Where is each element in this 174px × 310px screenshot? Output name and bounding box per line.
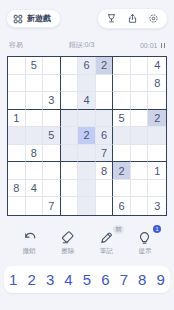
undo-label: 撤銷 [23, 247, 36, 256]
sudoku-cell-r6c7[interactable] [113, 145, 131, 163]
sudoku-cell-r8c8[interactable] [131, 180, 149, 198]
sudoku-cell-r9c6[interactable] [96, 197, 114, 215]
mistakes-counter: 錯誤:0/3 [69, 40, 95, 50]
sudoku-cell-r2c3[interactable] [43, 75, 61, 93]
sudoku-cell-r3c1[interactable] [8, 92, 26, 110]
sudoku-cell-r9c8[interactable] [131, 197, 149, 215]
erase-label: 擦除 [61, 247, 74, 256]
sudoku-cell-r4c2[interactable] [26, 110, 44, 128]
sudoku-cell-r1c3[interactable] [43, 57, 61, 75]
sudoku-cell-r2c8[interactable] [131, 75, 149, 93]
apps-grid-icon [13, 14, 23, 24]
difficulty-label: 容易 [9, 40, 23, 50]
notes-label: 筆記 [100, 247, 113, 256]
pause-icon[interactable] [161, 43, 166, 48]
sudoku-cell-r8c6[interactable] [96, 180, 114, 198]
sudoku-cell-r5c7[interactable] [113, 127, 131, 145]
sudoku-cell-r8c1[interactable]: 8 [8, 180, 26, 198]
sudoku-cell-r6c5[interactable] [78, 145, 96, 163]
sudoku-cell-r9c7[interactable]: 6 [113, 197, 131, 215]
sudoku-cell-r6c1[interactable] [8, 145, 26, 163]
sudoku-grid: 56248341525268782184763 [7, 56, 167, 216]
sudoku-cell-r3c2[interactable] [26, 92, 44, 110]
sudoku-cell-r6c6[interactable]: 7 [96, 145, 114, 163]
sudoku-cell-r1c6[interactable]: 2 [96, 57, 114, 75]
new-game-button[interactable]: 新遊戲 [6, 9, 61, 28]
sudoku-cell-r3c6[interactable] [96, 92, 114, 110]
numpad-6[interactable]: 6 [101, 272, 109, 287]
share-icon[interactable] [127, 13, 138, 24]
number-pad: 1 2 3 4 5 6 7 8 9 [4, 266, 170, 293]
notes-button[interactable]: 關 筆記 [93, 230, 119, 256]
sudoku-cell-r2c4[interactable] [61, 75, 79, 93]
sudoku-cell-r4c1[interactable]: 1 [8, 110, 26, 128]
timer: 00:01 [140, 42, 165, 49]
numpad-7[interactable]: 7 [120, 272, 128, 287]
sudoku-cell-r8c9[interactable] [148, 180, 166, 198]
sudoku-cell-r5c9[interactable] [148, 127, 166, 145]
sudoku-cell-r3c4[interactable] [61, 92, 79, 110]
sudoku-cell-r3c5[interactable]: 4 [78, 92, 96, 110]
numpad-5[interactable]: 5 [83, 272, 91, 287]
undo-icon [22, 230, 37, 245]
sudoku-cell-r8c3[interactable] [43, 180, 61, 198]
numpad-1[interactable]: 1 [9, 272, 17, 287]
notes-toggle-badge: 關 [113, 225, 125, 234]
sudoku-cell-r5c3[interactable]: 5 [43, 127, 61, 145]
sudoku-cell-r4c8[interactable] [131, 110, 149, 128]
hint-label: 提示 [138, 247, 151, 256]
sudoku-cell-r3c3[interactable]: 3 [43, 92, 61, 110]
undo-button[interactable]: 撤銷 [16, 230, 42, 256]
sudoku-cell-r8c7[interactable] [113, 180, 131, 198]
sudoku-cell-r7c8[interactable] [131, 162, 149, 180]
sudoku-cell-r7c2[interactable] [26, 162, 44, 180]
sudoku-cell-r4c3[interactable] [43, 110, 61, 128]
hint-button[interactable]: 1 提示 [132, 230, 158, 256]
sudoku-cell-r2c5[interactable] [78, 75, 96, 93]
sudoku-cell-r4c4[interactable] [61, 110, 79, 128]
sudoku-cell-r1c1[interactable] [8, 57, 26, 75]
numpad-3[interactable]: 3 [46, 272, 54, 287]
sudoku-cell-r9c1[interactable] [8, 197, 26, 215]
sudoku-cell-r1c9[interactable]: 4 [148, 57, 166, 75]
sudoku-cell-r9c2[interactable] [26, 197, 44, 215]
sudoku-cell-r7c9[interactable]: 1 [148, 162, 166, 180]
new-game-label: 新遊戲 [27, 13, 51, 24]
sudoku-cell-r8c2[interactable]: 4 [26, 180, 44, 198]
sudoku-cell-r1c8[interactable] [131, 57, 149, 75]
sudoku-cell-r7c6[interactable]: 8 [96, 162, 114, 180]
sudoku-cell-r1c4[interactable] [61, 57, 79, 75]
sudoku-cell-r6c8[interactable] [131, 145, 149, 163]
sudoku-cell-r4c9[interactable]: 2 [148, 110, 166, 128]
trophy-icon[interactable] [106, 13, 117, 24]
sudoku-cell-r6c4[interactable] [61, 145, 79, 163]
toolbar: 撤銷 擦除 關 筆記 1 提示 [0, 216, 174, 256]
numpad-2[interactable]: 2 [27, 272, 35, 287]
sudoku-cell-r9c3[interactable]: 7 [43, 197, 61, 215]
sudoku-cell-r4c6[interactable] [96, 110, 114, 128]
sudoku-cell-r9c9[interactable]: 3 [148, 197, 166, 215]
sudoku-cell-r2c2[interactable] [26, 75, 44, 93]
sudoku-cell-r7c7[interactable]: 2 [113, 162, 131, 180]
sudoku-cell-r7c4[interactable] [61, 162, 79, 180]
sudoku-cell-r6c2[interactable]: 8 [26, 145, 44, 163]
numpad-8[interactable]: 8 [138, 272, 146, 287]
sudoku-cell-r1c2[interactable]: 5 [26, 57, 44, 75]
sudoku-cell-r7c1[interactable] [8, 162, 26, 180]
sudoku-cell-r5c6[interactable]: 6 [96, 127, 114, 145]
sudoku-cell-r2c7[interactable] [113, 75, 131, 93]
status-bar: 容易 錯誤:0/3 00:01 [0, 29, 174, 54]
sudoku-cell-r4c7[interactable]: 5 [113, 110, 131, 128]
sudoku-cell-r5c2[interactable] [26, 127, 44, 145]
numpad-4[interactable]: 4 [64, 272, 72, 287]
sudoku-cell-r5c8[interactable] [131, 127, 149, 145]
top-bar: 新遊戲 [0, 0, 174, 29]
settings-icon[interactable] [148, 13, 159, 24]
sudoku-cell-r1c5[interactable]: 6 [78, 57, 96, 75]
pencil-icon [99, 230, 114, 245]
sudoku-cell-r2c6[interactable] [96, 75, 114, 93]
timer-value: 00:01 [140, 42, 158, 49]
sudoku-cell-r9c4[interactable] [61, 197, 79, 215]
lightbulb-icon [137, 230, 152, 245]
sudoku-cell-r5c5[interactable]: 2 [78, 127, 96, 145]
sudoku-cell-r2c9[interactable]: 8 [148, 75, 166, 93]
eraser-icon [60, 230, 75, 245]
sudoku-cell-r8c4[interactable] [61, 180, 79, 198]
erase-button[interactable]: 擦除 [55, 230, 81, 256]
sudoku-cell-r7c3[interactable] [43, 162, 61, 180]
sudoku-cell-r6c3[interactable] [43, 145, 61, 163]
numpad-9[interactable]: 9 [157, 272, 165, 287]
sudoku-cell-r8c5[interactable] [78, 180, 96, 198]
sudoku-cell-r3c7[interactable] [113, 92, 131, 110]
sudoku-cell-r1c7[interactable] [113, 57, 131, 75]
sudoku-cell-r5c1[interactable] [8, 127, 26, 145]
sudoku-cell-r3c8[interactable] [131, 92, 149, 110]
hint-count-badge: 1 [153, 225, 161, 233]
sudoku-cell-r2c1[interactable] [8, 75, 26, 93]
top-icons [97, 8, 168, 29]
sudoku-cell-r5c4[interactable] [61, 127, 79, 145]
sudoku-cell-r6c9[interactable] [148, 145, 166, 163]
sudoku-cell-r7c5[interactable] [78, 162, 96, 180]
sudoku-cell-r4c5[interactable] [78, 110, 96, 128]
sudoku-cell-r3c9[interactable] [148, 92, 166, 110]
sudoku-cell-r9c5[interactable] [78, 197, 96, 215]
